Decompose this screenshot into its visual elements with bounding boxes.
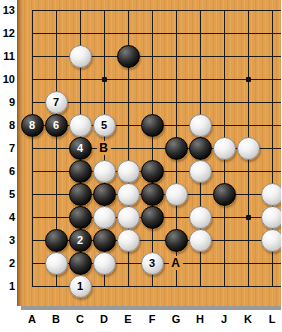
white-stone-C1: 1 (69, 275, 92, 298)
black-stone-C5 (69, 183, 92, 206)
black-stone-A8: 8 (21, 114, 44, 137)
board-letter-B-D7: B (97, 141, 111, 155)
grid-hline-12 (32, 33, 282, 34)
col-label-J: J (216, 314, 232, 325)
white-stone-C8 (69, 114, 92, 137)
white-stone-E6 (117, 160, 140, 183)
row-label-10: 10 (0, 74, 15, 85)
black-stone-C4 (69, 206, 92, 229)
col-label-A: A (24, 314, 40, 325)
row-label-13: 13 (0, 5, 15, 16)
white-stone-H6 (189, 160, 212, 183)
col-label-G: G (168, 314, 184, 325)
white-stone-C11 (69, 45, 92, 68)
board-bottom-shadow (21, 306, 281, 310)
row-label-11: 11 (0, 51, 15, 62)
black-stone-C6 (69, 160, 92, 183)
white-stone-D6 (93, 160, 116, 183)
white-stone-L4 (261, 206, 282, 229)
col-label-E: E (120, 314, 136, 325)
row-label-6: 6 (0, 166, 15, 177)
grid-hline-13 (32, 10, 282, 11)
row-label-5: 5 (0, 189, 15, 200)
black-stone-F6 (141, 160, 164, 183)
grid-hline-10 (32, 79, 282, 80)
board-letter-A-G2: A (169, 256, 183, 270)
grid-vline-A (32, 10, 33, 287)
white-stone-L5 (261, 183, 282, 206)
grid-hline-9 (32, 102, 282, 103)
col-label-B: B (48, 314, 64, 325)
col-label-L: L (264, 314, 280, 325)
col-label-H: H (192, 314, 208, 325)
black-stone-F5 (141, 183, 164, 206)
white-stone-D4 (93, 206, 116, 229)
board-left-edge-shade (17, 0, 23, 306)
white-stone-B2 (45, 252, 68, 275)
white-stone-J7 (213, 137, 236, 160)
black-stone-G7 (165, 137, 188, 160)
row-label-4: 4 (0, 212, 15, 223)
white-stone-F2: 3 (141, 252, 164, 275)
go-diagram: 78654231 AB 13121110987654321ABCDEFGHJKL (0, 0, 281, 332)
row-label-9: 9 (0, 97, 15, 108)
black-stone-B3 (45, 229, 68, 252)
black-stone-F8 (141, 114, 164, 137)
white-stone-D2 (93, 252, 116, 275)
black-stone-D3 (93, 229, 116, 252)
white-stone-H3 (189, 229, 212, 252)
row-label-2: 2 (0, 258, 15, 269)
star-point-D10 (102, 77, 107, 82)
white-stone-E5 (117, 183, 140, 206)
row-label-1: 1 (0, 281, 15, 292)
grid-vline-F (152, 10, 153, 287)
black-stone-B8: 6 (45, 114, 68, 137)
col-label-C: C (72, 314, 88, 325)
white-stone-D8: 5 (93, 114, 116, 137)
black-stone-J5 (213, 183, 236, 206)
white-stone-E4 (117, 206, 140, 229)
row-label-7: 7 (0, 143, 15, 154)
black-stone-C3: 2 (69, 229, 92, 252)
white-stone-E3 (117, 229, 140, 252)
white-stone-B9: 7 (45, 91, 68, 114)
black-stone-H7 (189, 137, 212, 160)
white-stone-H8 (189, 114, 212, 137)
black-stone-E11 (117, 45, 140, 68)
white-stone-L3 (261, 229, 282, 252)
col-label-K: K (240, 314, 256, 325)
row-label-3: 3 (0, 235, 15, 246)
col-label-F: F (144, 314, 160, 325)
star-point-K4 (246, 215, 251, 220)
white-stone-G5 (165, 183, 188, 206)
black-stone-D5 (93, 183, 116, 206)
black-stone-C2 (69, 252, 92, 275)
row-label-12: 12 (0, 28, 15, 39)
white-stone-H4 (189, 206, 212, 229)
col-label-D: D (96, 314, 112, 325)
black-stone-C7: 4 (69, 137, 92, 160)
black-stone-F4 (141, 206, 164, 229)
star-point-K10 (246, 77, 251, 82)
black-stone-G3 (165, 229, 188, 252)
row-label-8: 8 (0, 120, 15, 131)
white-stone-K7 (237, 137, 260, 160)
